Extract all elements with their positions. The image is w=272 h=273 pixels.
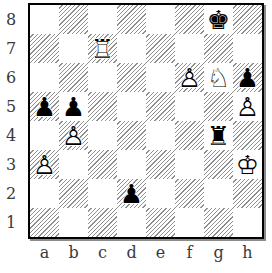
piece-outline-glyph: ♙ [175,63,204,92]
square-d5 [117,92,146,121]
square-d7 [117,34,146,63]
square-h6: ♟ [233,63,262,92]
square-e6 [146,63,175,92]
square-c4 [88,121,117,150]
square-a2 [30,179,59,208]
rank-label-7: 7 [0,34,22,63]
square-g1 [204,208,233,237]
piece-outline-glyph: ♖ [88,34,117,63]
square-c5 [88,92,117,121]
file-label-h: h [233,242,262,264]
square-e8 [146,5,175,34]
square-g2 [204,179,233,208]
piece-outline-glyph: ♙ [59,121,88,150]
square-b7 [59,34,88,63]
square-d6 [117,63,146,92]
square-d2: ♟ [117,179,146,208]
square-g5 [204,92,233,121]
square-d3 [117,150,146,179]
square-d4 [117,121,146,150]
square-f2 [175,179,204,208]
square-e1 [146,208,175,237]
square-b5: ♟ [59,92,88,121]
square-c7: ♜♖ [88,34,117,63]
square-g7 [204,34,233,63]
piece-outline-glyph: ♙ [233,92,262,121]
square-h8 [233,5,262,34]
square-f1 [175,208,204,237]
rank-label-1: 1 [0,208,22,237]
rank-labels: 8 7 6 5 4 3 2 1 [0,5,22,237]
square-b3 [59,150,88,179]
square-h7 [233,34,262,63]
piece-outline-glyph: ♙ [30,150,59,179]
square-b4: ♟♙ [59,121,88,150]
piece-black-pawn-a5: ♟ [30,92,59,121]
file-label-a: a [30,242,59,264]
chess-diagram: 8 7 6 5 4 3 2 1 ♚♜♖♟♙♞♘♟♟♟♟♙♟♙♜♟♙♚♔♟ a b… [0,0,272,273]
square-c8 [88,5,117,34]
piece-white-knight-g6: ♞♘ [204,63,233,92]
square-g3 [204,150,233,179]
square-h4 [233,121,262,150]
file-label-e: e [146,242,175,264]
square-h2 [233,179,262,208]
piece-outline-glyph: ♘ [204,63,233,92]
square-f6: ♟♙ [175,63,204,92]
file-label-f: f [175,242,204,264]
square-b2 [59,179,88,208]
file-label-c: c [88,242,117,264]
rank-label-8: 8 [0,5,22,34]
file-label-d: d [117,242,146,264]
rank-label-3: 3 [0,150,22,179]
square-c3 [88,150,117,179]
square-b8 [59,5,88,34]
square-e7 [146,34,175,63]
piece-black-pawn-h6: ♟ [233,63,262,92]
piece-white-king-h3: ♚♔ [233,150,262,179]
rank-label-2: 2 [0,179,22,208]
square-a1 [30,208,59,237]
square-c1 [88,208,117,237]
board-frame: ♚♜♖♟♙♞♘♟♟♟♟♙♟♙♜♟♙♚♔♟ [28,3,264,239]
square-a4 [30,121,59,150]
square-e5 [146,92,175,121]
piece-black-pawn-d2: ♟ [117,179,146,208]
square-a5: ♟ [30,92,59,121]
square-e4 [146,121,175,150]
piece-white-pawn-h5: ♟♙ [233,92,262,121]
square-f5 [175,92,204,121]
square-c6 [88,63,117,92]
piece-white-pawn-a3: ♟♙ [30,150,59,179]
rank-label-6: 6 [0,63,22,92]
piece-white-rook-c7: ♜♖ [88,34,117,63]
piece-black-pawn-b5: ♟ [59,92,88,121]
square-f3 [175,150,204,179]
file-labels: a b c d e f g h [30,242,262,264]
square-g6: ♞♘ [204,63,233,92]
square-f4 [175,121,204,150]
square-h5: ♟♙ [233,92,262,121]
square-h3: ♚♔ [233,150,262,179]
square-a3: ♟♙ [30,150,59,179]
piece-black-king-g8: ♚ [204,5,233,34]
square-g8: ♚ [204,5,233,34]
piece-outline-glyph: ♔ [233,150,262,179]
file-label-g: g [204,242,233,264]
square-d8 [117,5,146,34]
piece-black-rook-g4: ♜ [204,121,233,150]
file-label-b: b [59,242,88,264]
square-a6 [30,63,59,92]
rank-label-4: 4 [0,121,22,150]
square-c2 [88,179,117,208]
square-b6 [59,63,88,92]
square-h1 [233,208,262,237]
rank-label-5: 5 [0,92,22,121]
square-e3 [146,150,175,179]
square-f8 [175,5,204,34]
piece-white-pawn-f6: ♟♙ [175,63,204,92]
piece-white-pawn-b4: ♟♙ [59,121,88,150]
square-a7 [30,34,59,63]
square-f7 [175,34,204,63]
square-d1 [117,208,146,237]
board: ♚♜♖♟♙♞♘♟♟♟♟♙♟♙♜♟♙♚♔♟ [30,5,262,237]
square-a8 [30,5,59,34]
square-b1 [59,208,88,237]
square-e2 [146,179,175,208]
square-g4: ♜ [204,121,233,150]
